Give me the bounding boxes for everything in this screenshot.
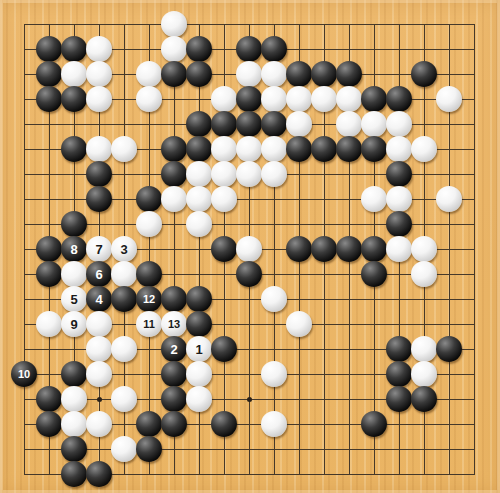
black-stone[interactable] <box>411 386 437 412</box>
white-stone-move-7[interactable]: 7 <box>86 236 112 262</box>
black-stone[interactable] <box>211 336 237 362</box>
white-stone[interactable] <box>236 136 262 162</box>
black-stone[interactable] <box>186 311 212 337</box>
black-stone[interactable] <box>61 136 87 162</box>
black-stone[interactable] <box>161 361 187 387</box>
move-number-label: 1 <box>195 343 202 356</box>
white-stone[interactable] <box>336 111 362 137</box>
black-stone[interactable] <box>61 86 87 112</box>
black-stone[interactable] <box>361 136 387 162</box>
white-stone[interactable] <box>86 86 112 112</box>
black-stone[interactable] <box>336 61 362 87</box>
hoshi-point <box>247 397 252 402</box>
white-stone[interactable] <box>311 86 337 112</box>
black-stone[interactable] <box>36 386 62 412</box>
black-stone[interactable] <box>61 361 87 387</box>
white-stone[interactable] <box>261 286 287 312</box>
black-stone[interactable] <box>36 36 62 62</box>
black-stone[interactable] <box>36 411 62 437</box>
move-number-label: 9 <box>70 318 77 331</box>
white-stone[interactable] <box>136 61 162 87</box>
white-stone[interactable] <box>261 361 287 387</box>
black-stone[interactable] <box>136 186 162 212</box>
black-stone[interactable] <box>211 236 237 262</box>
white-stone[interactable] <box>411 236 437 262</box>
black-stone[interactable] <box>236 36 262 62</box>
black-stone[interactable] <box>286 61 312 87</box>
black-stone[interactable] <box>261 111 287 137</box>
white-stone[interactable] <box>161 11 187 37</box>
white-stone[interactable] <box>411 336 437 362</box>
black-stone[interactable] <box>286 136 312 162</box>
white-stone[interactable] <box>261 86 287 112</box>
black-stone[interactable] <box>386 361 412 387</box>
white-stone[interactable] <box>186 211 212 237</box>
black-stone[interactable] <box>311 136 337 162</box>
black-stone-move-8[interactable]: 8 <box>61 236 87 262</box>
black-stone[interactable] <box>161 136 187 162</box>
black-stone[interactable] <box>161 386 187 412</box>
black-stone[interactable] <box>186 111 212 137</box>
white-stone[interactable] <box>211 136 237 162</box>
white-stone[interactable] <box>61 261 87 287</box>
go-board[interactable]: 87365412911132110 <box>0 0 500 493</box>
black-stone[interactable] <box>61 461 87 487</box>
move-number-label: 4 <box>95 293 102 306</box>
black-stone[interactable] <box>61 211 87 237</box>
white-stone[interactable] <box>111 386 137 412</box>
black-stone[interactable] <box>436 336 462 362</box>
black-stone[interactable] <box>186 136 212 162</box>
black-stone[interactable] <box>161 286 187 312</box>
black-stone[interactable] <box>361 261 387 287</box>
white-stone[interactable] <box>86 136 112 162</box>
black-stone-move-4[interactable]: 4 <box>86 286 112 312</box>
white-stone[interactable] <box>211 186 237 212</box>
white-stone[interactable] <box>136 86 162 112</box>
black-stone[interactable] <box>336 236 362 262</box>
black-stone-move-6[interactable]: 6 <box>86 261 112 287</box>
white-stone-move-5[interactable]: 5 <box>61 286 87 312</box>
black-stone[interactable] <box>361 236 387 262</box>
move-number-label: 2 <box>170 343 177 356</box>
white-stone[interactable] <box>111 261 137 287</box>
white-stone[interactable] <box>236 161 262 187</box>
black-stone[interactable] <box>386 211 412 237</box>
white-stone[interactable] <box>336 86 362 112</box>
white-stone[interactable] <box>86 311 112 337</box>
white-stone[interactable] <box>186 361 212 387</box>
white-stone[interactable] <box>211 86 237 112</box>
hoshi-point <box>97 397 102 402</box>
black-stone[interactable] <box>136 436 162 462</box>
black-stone[interactable] <box>36 236 62 262</box>
white-stone[interactable] <box>286 86 312 112</box>
black-stone[interactable] <box>186 286 212 312</box>
move-number-label: 6 <box>95 268 102 281</box>
white-stone[interactable] <box>261 411 287 437</box>
white-stone-move-9[interactable]: 9 <box>61 311 87 337</box>
white-stone[interactable] <box>411 136 437 162</box>
white-stone[interactable] <box>436 86 462 112</box>
black-stone[interactable] <box>361 411 387 437</box>
black-stone[interactable] <box>36 261 62 287</box>
move-number-label: 10 <box>18 369 30 380</box>
black-stone[interactable] <box>386 386 412 412</box>
white-stone-move-13[interactable]: 13 <box>161 311 187 337</box>
black-stone[interactable] <box>61 36 87 62</box>
black-stone[interactable] <box>161 61 187 87</box>
white-stone[interactable] <box>386 186 412 212</box>
white-stone[interactable] <box>161 186 187 212</box>
white-stone[interactable] <box>111 136 137 162</box>
white-stone[interactable] <box>86 411 112 437</box>
white-stone[interactable] <box>86 36 112 62</box>
black-stone[interactable] <box>386 161 412 187</box>
white-stone[interactable] <box>286 311 312 337</box>
white-stone[interactable] <box>411 361 437 387</box>
white-stone[interactable] <box>86 361 112 387</box>
black-stone[interactable] <box>161 161 187 187</box>
black-stone-move-2[interactable]: 2 <box>161 336 187 362</box>
white-stone[interactable] <box>436 186 462 212</box>
white-stone[interactable] <box>86 336 112 362</box>
black-stone[interactable] <box>186 61 212 87</box>
white-stone[interactable] <box>236 236 262 262</box>
white-stone[interactable] <box>36 311 62 337</box>
black-stone[interactable] <box>386 336 412 362</box>
white-stone[interactable] <box>186 386 212 412</box>
black-stone[interactable] <box>261 36 287 62</box>
white-stone[interactable] <box>111 336 137 362</box>
white-stone[interactable] <box>236 61 262 87</box>
white-stone[interactable] <box>186 186 212 212</box>
white-stone[interactable] <box>261 136 287 162</box>
black-stone-move-10[interactable]: 10 <box>11 361 37 387</box>
white-stone[interactable] <box>361 186 387 212</box>
black-stone[interactable] <box>186 36 212 62</box>
black-stone[interactable] <box>161 411 187 437</box>
white-stone[interactable] <box>61 61 87 87</box>
white-stone-move-1[interactable]: 1 <box>186 336 212 362</box>
black-stone[interactable] <box>311 61 337 87</box>
white-stone[interactable] <box>161 36 187 62</box>
black-stone[interactable] <box>61 436 87 462</box>
white-stone[interactable] <box>361 111 387 137</box>
white-stone-move-3[interactable]: 3 <box>111 236 137 262</box>
black-stone[interactable] <box>111 286 137 312</box>
white-stone[interactable] <box>211 161 237 187</box>
black-stone[interactable] <box>36 86 62 112</box>
move-number-label: 3 <box>120 243 127 256</box>
black-stone[interactable] <box>311 236 337 262</box>
black-stone[interactable] <box>236 261 262 287</box>
white-stone[interactable] <box>136 211 162 237</box>
black-stone[interactable] <box>86 161 112 187</box>
black-stone-move-12[interactable]: 12 <box>136 286 162 312</box>
move-number-label: 7 <box>95 243 102 256</box>
white-stone[interactable] <box>86 61 112 87</box>
move-number-label: 11 <box>143 319 155 330</box>
move-number-label: 13 <box>168 319 180 330</box>
white-stone[interactable] <box>411 261 437 287</box>
black-stone[interactable] <box>236 86 262 112</box>
move-number-label: 8 <box>70 243 77 256</box>
black-stone[interactable] <box>86 186 112 212</box>
white-stone[interactable] <box>186 161 212 187</box>
white-stone[interactable] <box>386 236 412 262</box>
white-stone-move-11[interactable]: 11 <box>136 311 162 337</box>
black-stone[interactable] <box>336 136 362 162</box>
black-stone[interactable] <box>36 61 62 87</box>
white-stone[interactable] <box>386 111 412 137</box>
black-stone[interactable] <box>236 111 262 137</box>
black-stone[interactable] <box>86 461 112 487</box>
white-stone[interactable] <box>61 386 87 412</box>
move-number-label: 5 <box>70 293 77 306</box>
move-number-label: 12 <box>143 294 155 305</box>
white-stone[interactable] <box>61 411 87 437</box>
black-stone[interactable] <box>411 61 437 87</box>
black-stone[interactable] <box>211 111 237 137</box>
black-stone[interactable] <box>211 411 237 437</box>
white-stone[interactable] <box>261 161 287 187</box>
black-stone[interactable] <box>361 86 387 112</box>
white-stone[interactable] <box>386 136 412 162</box>
black-stone[interactable] <box>136 411 162 437</box>
black-stone[interactable] <box>136 261 162 287</box>
black-stone[interactable] <box>286 236 312 262</box>
white-stone[interactable] <box>261 61 287 87</box>
black-stone[interactable] <box>386 86 412 112</box>
white-stone[interactable] <box>286 111 312 137</box>
white-stone[interactable] <box>111 436 137 462</box>
